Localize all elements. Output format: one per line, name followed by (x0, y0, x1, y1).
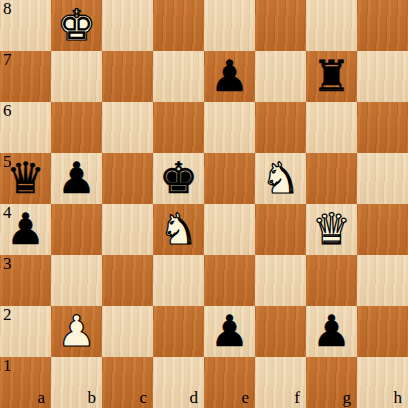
square-c8[interactable] (102, 0, 153, 51)
piece-white-king[interactable]: ♚ (57, 0, 96, 51)
square-a4[interactable]: 4♟ (0, 204, 51, 255)
square-d4[interactable]: ♞ (153, 204, 204, 255)
square-a5[interactable]: 5♛ (0, 153, 51, 204)
piece-black-pawn[interactable]: ♟ (210, 51, 249, 102)
square-g5[interactable] (306, 153, 357, 204)
square-a2[interactable]: 2 (0, 306, 51, 357)
rank-label-4: 4 (3, 203, 12, 223)
piece-black-pawn[interactable]: ♟ (210, 306, 249, 357)
rank-label-1: 1 (3, 356, 12, 376)
piece-black-pawn[interactable]: ♟ (312, 306, 351, 357)
square-b5[interactable]: ♟ (51, 153, 102, 204)
square-b3[interactable] (51, 255, 102, 306)
square-c6[interactable] (102, 102, 153, 153)
square-b1[interactable]: b (51, 357, 102, 408)
piece-black-queen[interactable]: ♛ (6, 153, 45, 204)
piece-white-pawn[interactable]: ♟ (57, 306, 96, 357)
square-b2[interactable]: ♟ (51, 306, 102, 357)
rank-label-2: 2 (3, 305, 12, 325)
square-h7[interactable] (357, 51, 408, 102)
square-b4[interactable] (51, 204, 102, 255)
square-d2[interactable] (153, 306, 204, 357)
square-a6[interactable]: 6 (0, 102, 51, 153)
file-label-b: b (88, 388, 97, 408)
square-c4[interactable] (102, 204, 153, 255)
square-d7[interactable] (153, 51, 204, 102)
square-c3[interactable] (102, 255, 153, 306)
square-h6[interactable] (357, 102, 408, 153)
file-label-a: a (37, 388, 45, 408)
chess-board: 8♚7♟♜65♛♟♚♞4♟♞♛32♟♟♟1abcdefgh (0, 0, 408, 408)
piece-black-rook[interactable]: ♜ (312, 51, 351, 102)
file-label-g: g (343, 388, 352, 408)
square-d6[interactable] (153, 102, 204, 153)
square-d5[interactable]: ♚ (153, 153, 204, 204)
square-c5[interactable] (102, 153, 153, 204)
rank-label-7: 7 (3, 50, 12, 70)
square-b7[interactable] (51, 51, 102, 102)
file-label-e: e (241, 388, 249, 408)
square-f4[interactable] (255, 204, 306, 255)
square-f8[interactable] (255, 0, 306, 51)
square-h5[interactable] (357, 153, 408, 204)
square-f1[interactable]: f (255, 357, 306, 408)
square-e3[interactable] (204, 255, 255, 306)
square-g3[interactable] (306, 255, 357, 306)
square-g4[interactable]: ♛ (306, 204, 357, 255)
square-f5[interactable]: ♞ (255, 153, 306, 204)
square-a3[interactable]: 3 (0, 255, 51, 306)
file-label-c: c (139, 388, 147, 408)
rank-label-5: 5 (3, 152, 12, 172)
file-label-h: h (394, 388, 403, 408)
piece-black-king[interactable]: ♚ (159, 153, 198, 204)
square-h2[interactable] (357, 306, 408, 357)
square-f6[interactable] (255, 102, 306, 153)
piece-white-queen[interactable]: ♛ (312, 204, 351, 255)
piece-black-pawn[interactable]: ♟ (57, 153, 96, 204)
square-e4[interactable] (204, 204, 255, 255)
square-e1[interactable]: e (204, 357, 255, 408)
square-c7[interactable] (102, 51, 153, 102)
square-a1[interactable]: 1a (0, 357, 51, 408)
square-g1[interactable]: g (306, 357, 357, 408)
square-h3[interactable] (357, 255, 408, 306)
square-c2[interactable] (102, 306, 153, 357)
square-e5[interactable] (204, 153, 255, 204)
rank-label-6: 6 (3, 101, 12, 121)
square-a7[interactable]: 7 (0, 51, 51, 102)
square-b6[interactable] (51, 102, 102, 153)
piece-white-knight[interactable]: ♞ (159, 204, 198, 255)
square-d3[interactable] (153, 255, 204, 306)
square-b8[interactable]: ♚ (51, 0, 102, 51)
square-f7[interactable] (255, 51, 306, 102)
square-f2[interactable] (255, 306, 306, 357)
square-d1[interactable]: d (153, 357, 204, 408)
square-h1[interactable]: h (357, 357, 408, 408)
square-d8[interactable] (153, 0, 204, 51)
file-label-d: d (190, 388, 199, 408)
rank-label-8: 8 (3, 0, 12, 19)
piece-white-knight[interactable]: ♞ (261, 153, 300, 204)
square-a8[interactable]: 8 (0, 0, 51, 51)
square-g6[interactable] (306, 102, 357, 153)
square-e6[interactable] (204, 102, 255, 153)
square-c1[interactable]: c (102, 357, 153, 408)
square-g2[interactable]: ♟ (306, 306, 357, 357)
square-e7[interactable]: ♟ (204, 51, 255, 102)
file-label-f: f (294, 388, 300, 408)
square-f3[interactable] (255, 255, 306, 306)
rank-label-3: 3 (3, 254, 12, 274)
square-e2[interactable]: ♟ (204, 306, 255, 357)
piece-black-pawn[interactable]: ♟ (6, 204, 45, 255)
square-h4[interactable] (357, 204, 408, 255)
square-g8[interactable] (306, 0, 357, 51)
square-g7[interactable]: ♜ (306, 51, 357, 102)
square-h8[interactable] (357, 0, 408, 51)
square-e8[interactable] (204, 0, 255, 51)
